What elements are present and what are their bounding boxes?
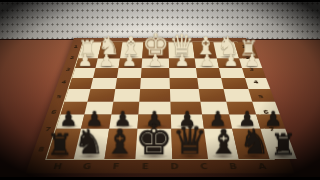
white-pawn-f2: ♟	[122, 52, 137, 69]
white-pawn-e2: ♟	[148, 52, 163, 69]
letterbox-bottom	[0, 177, 320, 180]
square-d5	[170, 89, 200, 101]
square-d4	[170, 78, 199, 89]
letterbox-top	[0, 0, 320, 2]
file-label-a: A	[246, 161, 279, 173]
square-h3	[72, 68, 95, 78]
square-b2: ♟	[217, 58, 242, 68]
white-pawn-g2: ♟	[99, 52, 114, 69]
file-label-h: H	[41, 161, 74, 173]
square-f2: ♟	[118, 58, 142, 68]
square-e8: ♚	[135, 129, 173, 159]
square-h4	[69, 78, 93, 89]
square-h5	[65, 89, 90, 101]
file-labels: HGFEDCBA	[41, 161, 279, 173]
chess-board: ♜♞♝♚♛♝♞♜♟♟♟♟♟♟♟♟♟♟♟♟♟♟♟♟♜♞♝♚♛♝♞♜	[45, 42, 275, 160]
square-c3	[196, 68, 221, 78]
black-knight-b8: ♞	[239, 125, 270, 160]
square-e4	[140, 78, 170, 89]
white-pawn-d2: ♟	[175, 52, 190, 69]
file-label-d: D	[160, 161, 190, 173]
square-f8: ♝	[104, 129, 137, 159]
square-f4	[115, 78, 141, 89]
file-label-f: F	[100, 161, 131, 173]
square-e5	[139, 89, 171, 101]
square-b4	[221, 78, 248, 89]
white-pawn-c2: ♟	[200, 52, 215, 69]
square-e2: ♟	[141, 58, 169, 68]
white-pawn-b2: ♟	[223, 52, 238, 69]
square-e3	[141, 68, 170, 78]
square-d8: ♛	[172, 129, 208, 159]
file-label-g: G	[71, 161, 103, 173]
square-d2: ♟	[169, 58, 196, 68]
square-g4	[90, 78, 117, 89]
square-g3	[93, 68, 119, 78]
file-label-c: C	[189, 161, 220, 173]
chess-board-frame: ♜♞♝♚♛♝♞♜♟♟♟♟♟♟♟♟♟♟♟♟♟♟♟♟♜♞♝♚♛♝♞♜ HGFEDCB…	[26, 38, 295, 173]
black-rook-a8: ♜	[270, 130, 297, 160]
square-c2: ♟	[195, 58, 219, 68]
square-f5	[113, 89, 140, 101]
square-b5	[224, 89, 253, 101]
black-knight-g8: ♞	[73, 125, 104, 160]
square-c5	[199, 89, 227, 101]
black-queen-d8: ♛	[173, 121, 208, 161]
white-pawn-a2: ♟	[245, 52, 260, 69]
square-c8: ♝	[204, 129, 239, 159]
square-h2: ♟	[75, 58, 97, 68]
file-label-e: E	[130, 161, 160, 173]
black-rook-h8: ♜	[46, 130, 73, 160]
square-g2: ♟	[95, 58, 120, 68]
square-f3	[117, 68, 142, 78]
black-bishop-f8: ♝	[104, 125, 135, 160]
square-b3	[219, 68, 245, 78]
square-c4	[197, 78, 223, 89]
square-g5	[87, 89, 115, 101]
black-king-e8: ♚	[135, 118, 173, 160]
video-frame: ♜♞♝♚♛♝♞♜♟♟♟♟♟♟♟♟♟♟♟♟♟♟♟♟♜♞♝♚♛♝♞♜ HGFEDCB…	[0, 0, 320, 180]
square-d3	[169, 68, 197, 78]
black-bishop-c8: ♝	[208, 125, 239, 160]
file-label-b: B	[218, 161, 250, 173]
white-pawn-h2: ♟	[78, 52, 93, 69]
